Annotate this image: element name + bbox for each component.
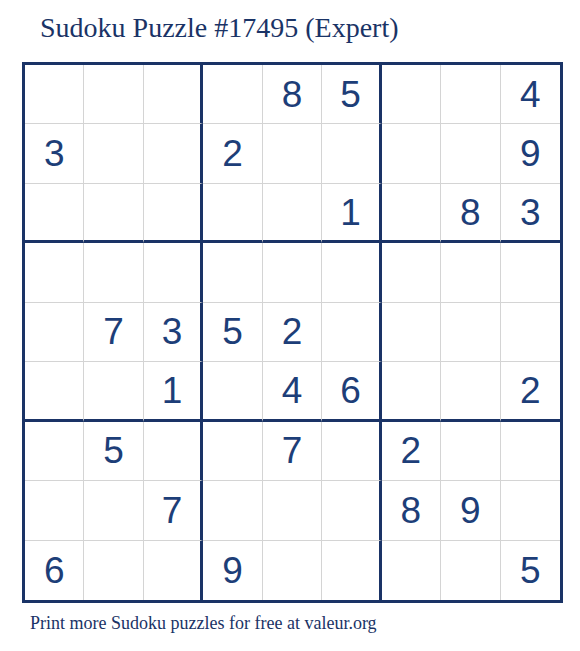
sudoku-cell-r8c7[interactable]: 8 [382, 481, 441, 540]
sudoku-cell-r7c8[interactable] [441, 422, 500, 481]
sudoku-cell-r1c7[interactable] [382, 65, 441, 124]
sudoku-cell-r9c6[interactable] [322, 541, 381, 600]
sudoku-cell-r1c1[interactable] [25, 65, 84, 124]
sudoku-cell-r9c4[interactable]: 9 [203, 541, 262, 600]
sudoku-cell-r9c5[interactable] [263, 541, 322, 600]
sudoku-cell-r2c3[interactable] [144, 124, 203, 183]
sudoku-cell-r3c5[interactable] [263, 184, 322, 243]
sudoku-cell-r8c6[interactable] [322, 481, 381, 540]
sudoku-cell-r1c8[interactable] [441, 65, 500, 124]
sudoku-cell-r3c6[interactable]: 1 [322, 184, 381, 243]
sudoku-cell-r4c3[interactable] [144, 243, 203, 302]
sudoku-cell-r5c7[interactable] [382, 303, 441, 362]
sudoku-cell-r1c9[interactable]: 4 [501, 65, 560, 124]
sudoku-cell-r7c9[interactable] [501, 422, 560, 481]
sudoku-cell-r1c3[interactable] [144, 65, 203, 124]
sudoku-cell-r3c4[interactable] [203, 184, 262, 243]
sudoku-cell-r9c7[interactable] [382, 541, 441, 600]
sudoku-cell-r2c8[interactable] [441, 124, 500, 183]
sudoku-cell-r6c9[interactable]: 2 [501, 362, 560, 421]
sudoku-cell-r6c5[interactable]: 4 [263, 362, 322, 421]
sudoku-cell-r6c2[interactable] [84, 362, 143, 421]
sudoku-cell-r7c5[interactable]: 7 [263, 422, 322, 481]
sudoku-cell-r9c1[interactable]: 6 [25, 541, 84, 600]
sudoku-cell-r4c1[interactable] [25, 243, 84, 302]
sudoku-cell-r6c8[interactable] [441, 362, 500, 421]
sudoku-cell-r1c4[interactable] [203, 65, 262, 124]
sudoku-cell-r3c2[interactable] [84, 184, 143, 243]
sudoku-cell-r9c3[interactable] [144, 541, 203, 600]
sudoku-cell-r2c7[interactable] [382, 124, 441, 183]
sudoku-cell-r3c9[interactable]: 3 [501, 184, 560, 243]
sudoku-cell-r4c7[interactable] [382, 243, 441, 302]
sudoku-cell-r8c3[interactable]: 7 [144, 481, 203, 540]
sudoku-cell-r2c5[interactable] [263, 124, 322, 183]
sudoku-cell-r6c7[interactable] [382, 362, 441, 421]
sudoku-grid: 85432918373521462572789695 [22, 62, 563, 603]
sudoku-cell-r2c2[interactable] [84, 124, 143, 183]
sudoku-cell-r7c4[interactable] [203, 422, 262, 481]
sudoku-cell-r8c1[interactable] [25, 481, 84, 540]
sudoku-cell-r2c1[interactable]: 3 [25, 124, 84, 183]
sudoku-cell-r3c3[interactable] [144, 184, 203, 243]
sudoku-cell-r2c6[interactable] [322, 124, 381, 183]
sudoku-cell-r2c9[interactable]: 9 [501, 124, 560, 183]
sudoku-cell-r4c8[interactable] [441, 243, 500, 302]
sudoku-cell-r3c1[interactable] [25, 184, 84, 243]
sudoku-cell-r5c5[interactable]: 2 [263, 303, 322, 362]
sudoku-cell-r7c2[interactable]: 5 [84, 422, 143, 481]
sudoku-cell-r5c1[interactable] [25, 303, 84, 362]
sudoku-cell-r8c4[interactable] [203, 481, 262, 540]
sudoku-cell-r1c6[interactable]: 5 [322, 65, 381, 124]
sudoku-cell-r7c6[interactable] [322, 422, 381, 481]
sudoku-cell-r7c1[interactable] [25, 422, 84, 481]
sudoku-cell-r6c4[interactable] [203, 362, 262, 421]
sudoku-cell-r5c3[interactable]: 3 [144, 303, 203, 362]
sudoku-cell-r1c5[interactable]: 8 [263, 65, 322, 124]
sudoku-cell-r6c3[interactable]: 1 [144, 362, 203, 421]
sudoku-cell-r8c2[interactable] [84, 481, 143, 540]
sudoku-cell-r7c7[interactable]: 2 [382, 422, 441, 481]
sudoku-cell-r3c7[interactable] [382, 184, 441, 243]
page-title: Sudoku Puzzle #17495 (Expert) [40, 12, 399, 44]
sudoku-cell-r5c2[interactable]: 7 [84, 303, 143, 362]
sudoku-cell-r6c1[interactable] [25, 362, 84, 421]
sudoku-cell-r5c4[interactable]: 5 [203, 303, 262, 362]
sudoku-cell-r7c3[interactable] [144, 422, 203, 481]
footer-text: Print more Sudoku puzzles for free at va… [30, 613, 377, 634]
sudoku-cell-r9c8[interactable] [441, 541, 500, 600]
sudoku-cell-r8c8[interactable]: 9 [441, 481, 500, 540]
sudoku-cell-r1c2[interactable] [84, 65, 143, 124]
sudoku-cell-r6c6[interactable]: 6 [322, 362, 381, 421]
sudoku-cell-r5c9[interactable] [501, 303, 560, 362]
sudoku-cell-r4c4[interactable] [203, 243, 262, 302]
sudoku-cell-r5c6[interactable] [322, 303, 381, 362]
sudoku-cell-r4c2[interactable] [84, 243, 143, 302]
sudoku-cell-r9c2[interactable] [84, 541, 143, 600]
sudoku-cell-r8c5[interactable] [263, 481, 322, 540]
sudoku-cell-r4c5[interactable] [263, 243, 322, 302]
sudoku-cell-r3c8[interactable]: 8 [441, 184, 500, 243]
sudoku-cell-r5c8[interactable] [441, 303, 500, 362]
sudoku-cell-r4c6[interactable] [322, 243, 381, 302]
sudoku-cell-r8c9[interactable] [501, 481, 560, 540]
sudoku-cell-r9c9[interactable]: 5 [501, 541, 560, 600]
sudoku-cell-r2c4[interactable]: 2 [203, 124, 262, 183]
sudoku-cell-r4c9[interactable] [501, 243, 560, 302]
